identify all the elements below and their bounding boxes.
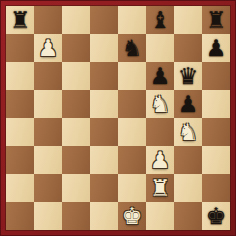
square-c2[interactable]: [62, 174, 90, 202]
square-g2[interactable]: [174, 174, 202, 202]
square-e8[interactable]: [118, 6, 146, 34]
square-c7[interactable]: [62, 34, 90, 62]
square-c3[interactable]: [62, 146, 90, 174]
piece-black-pawn-f6[interactable]: ♟: [146, 62, 174, 90]
square-c5[interactable]: [62, 90, 90, 118]
piece-black-pawn-h7[interactable]: ♟: [202, 34, 230, 62]
square-e2[interactable]: [118, 174, 146, 202]
square-g5[interactable]: ♟: [174, 90, 202, 118]
square-g6[interactable]: ♛: [174, 62, 202, 90]
square-h6[interactable]: [202, 62, 230, 90]
square-h4[interactable]: [202, 118, 230, 146]
square-b7[interactable]: ♟: [34, 34, 62, 62]
square-f8[interactable]: ♝: [146, 6, 174, 34]
square-h5[interactable]: [202, 90, 230, 118]
square-d6[interactable]: [90, 62, 118, 90]
square-g7[interactable]: [174, 34, 202, 62]
square-f7[interactable]: [146, 34, 174, 62]
square-c6[interactable]: [62, 62, 90, 90]
chess-board: ♜♝♜♟♞♟♟♛♞♟♞♟♜♚♚: [6, 6, 230, 230]
square-b5[interactable]: [34, 90, 62, 118]
square-b2[interactable]: [34, 174, 62, 202]
square-e1[interactable]: ♚: [118, 202, 146, 230]
piece-black-pawn-g5[interactable]: ♟: [174, 90, 202, 118]
square-f2[interactable]: ♜: [146, 174, 174, 202]
piece-white-knight-f5[interactable]: ♞: [146, 90, 174, 118]
square-g1[interactable]: [174, 202, 202, 230]
square-e5[interactable]: [118, 90, 146, 118]
square-a6[interactable]: [6, 62, 34, 90]
square-e7[interactable]: ♞: [118, 34, 146, 62]
square-a2[interactable]: [6, 174, 34, 202]
square-f4[interactable]: [146, 118, 174, 146]
piece-white-king-e1[interactable]: ♚: [118, 202, 146, 230]
square-b3[interactable]: [34, 146, 62, 174]
square-e3[interactable]: [118, 146, 146, 174]
piece-black-queen-g6[interactable]: ♛: [174, 62, 202, 90]
square-a3[interactable]: [6, 146, 34, 174]
square-h8[interactable]: ♜: [202, 6, 230, 34]
square-h7[interactable]: ♟: [202, 34, 230, 62]
piece-white-rook-f2[interactable]: ♜: [146, 174, 174, 202]
piece-black-knight-e7[interactable]: ♞: [118, 34, 146, 62]
square-g4[interactable]: ♞: [174, 118, 202, 146]
square-b6[interactable]: [34, 62, 62, 90]
piece-black-bishop-f8[interactable]: ♝: [146, 6, 174, 34]
square-h1[interactable]: ♚: [202, 202, 230, 230]
square-f5[interactable]: ♞: [146, 90, 174, 118]
square-c8[interactable]: [62, 6, 90, 34]
square-d1[interactable]: [90, 202, 118, 230]
square-e4[interactable]: [118, 118, 146, 146]
piece-white-knight-g4[interactable]: ♞: [174, 118, 202, 146]
piece-black-rook-a8[interactable]: ♜: [6, 6, 34, 34]
square-d3[interactable]: [90, 146, 118, 174]
square-d8[interactable]: [90, 6, 118, 34]
square-h2[interactable]: [202, 174, 230, 202]
square-d5[interactable]: [90, 90, 118, 118]
square-d7[interactable]: [90, 34, 118, 62]
square-f6[interactable]: ♟: [146, 62, 174, 90]
square-b4[interactable]: [34, 118, 62, 146]
piece-black-rook-h8[interactable]: ♜: [202, 6, 230, 34]
square-g8[interactable]: [174, 6, 202, 34]
square-b8[interactable]: [34, 6, 62, 34]
square-f1[interactable]: [146, 202, 174, 230]
square-a8[interactable]: ♜: [6, 6, 34, 34]
square-a7[interactable]: [6, 34, 34, 62]
square-f3[interactable]: ♟: [146, 146, 174, 174]
square-c1[interactable]: [62, 202, 90, 230]
square-d4[interactable]: [90, 118, 118, 146]
square-e6[interactable]: [118, 62, 146, 90]
square-a1[interactable]: [6, 202, 34, 230]
square-d2[interactable]: [90, 174, 118, 202]
square-a4[interactable]: [6, 118, 34, 146]
piece-black-king-h1[interactable]: ♚: [202, 202, 230, 230]
board-frame: ♜♝♜♟♞♟♟♛♞♟♞♟♜♚♚: [0, 0, 236, 236]
square-h3[interactable]: [202, 146, 230, 174]
square-b1[interactable]: [34, 202, 62, 230]
piece-white-pawn-f3[interactable]: ♟: [146, 146, 174, 174]
piece-white-pawn-b7[interactable]: ♟: [34, 34, 62, 62]
square-c4[interactable]: [62, 118, 90, 146]
square-g3[interactable]: [174, 146, 202, 174]
square-a5[interactable]: [6, 90, 34, 118]
